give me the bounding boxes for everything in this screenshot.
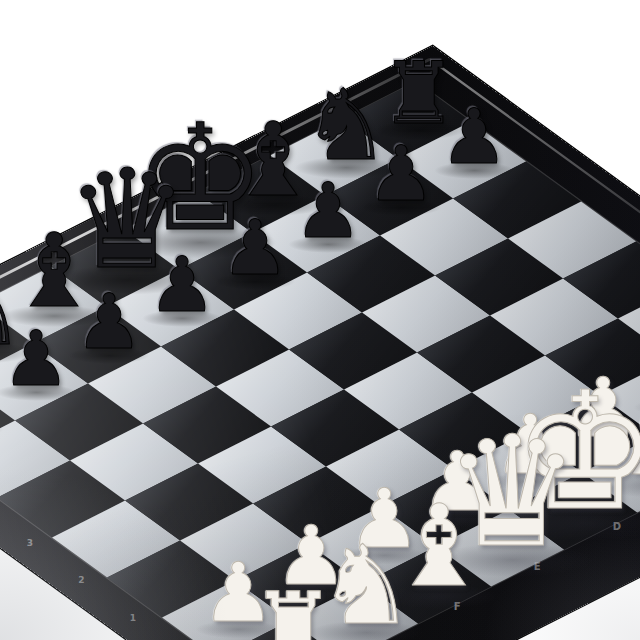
piece-black-pawn-g7[interactable]: ♟	[367, 136, 435, 212]
rim-rank-number-1: 1	[130, 613, 136, 623]
piece-black-pawn-f7[interactable]: ♟	[294, 173, 362, 249]
piece-black-pawn-d7[interactable]: ♟	[148, 247, 216, 323]
piece-black-pawn-b7[interactable]: ♟	[2, 321, 70, 397]
piece-black-pawn-e7[interactable]: ♟	[221, 210, 289, 286]
rim-rank-number-3: 3	[27, 538, 33, 548]
rim-rank-number-2: 2	[78, 575, 84, 585]
board-frame: ♜♞♝♛♚♝♞♜♟♟♟♟♟♟♟♟♟♟♟♟♟♟♟♟♜♞♝♛♚♝♞♜GFED321	[0, 46, 640, 640]
piece-black-pawn-c7[interactable]: ♟	[75, 284, 143, 360]
piece-white-rook-a1[interactable]: ♜	[250, 580, 336, 640]
product-photo-scene: ♜♞♝♛♚♝♞♜♟♟♟♟♟♟♟♟♟♟♟♟♟♟♟♟♜♞♝♛♚♝♞♜GFED321	[0, 0, 640, 640]
piece-black-pawn-h7[interactable]: ♟	[440, 99, 508, 175]
